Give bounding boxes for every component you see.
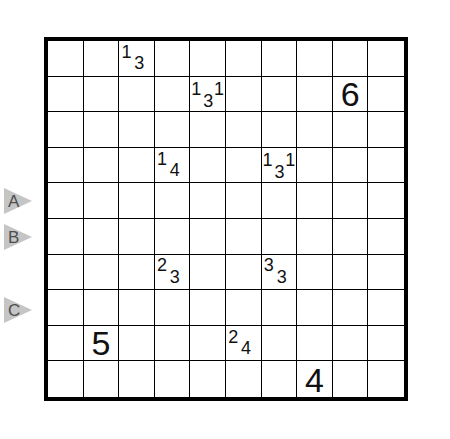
- tapa-board: 1313161413123335244: [44, 37, 408, 401]
- cell-r3c1[interactable]: [48, 112, 84, 148]
- cell-r10c10[interactable]: [368, 361, 404, 397]
- cell-r1c10[interactable]: [368, 41, 404, 77]
- cell-r1c6[interactable]: [226, 41, 262, 77]
- cell-r10c1[interactable]: [48, 361, 84, 397]
- cell-r6c5[interactable]: [190, 219, 226, 255]
- cell-r9c5[interactable]: [190, 326, 226, 362]
- cell-r1c8[interactable]: [297, 41, 333, 77]
- cell-r4c10[interactable]: [368, 148, 404, 184]
- clue-digit: 3: [134, 54, 144, 72]
- cell-r7c5[interactable]: [190, 255, 226, 291]
- cell-r9c1[interactable]: [48, 326, 84, 362]
- cell-r8c8[interactable]: [297, 290, 333, 326]
- cell-r3c6[interactable]: [226, 112, 262, 148]
- cell-r3c4[interactable]: [155, 112, 191, 148]
- cell-r10c7[interactable]: [262, 361, 298, 397]
- cell-r5c6[interactable]: [226, 183, 262, 219]
- cell-r8c6[interactable]: [226, 290, 262, 326]
- cell-r5c8[interactable]: [297, 183, 333, 219]
- cell-r3c3[interactable]: [119, 112, 155, 148]
- cell-r2c3[interactable]: [119, 77, 155, 113]
- cell-r4c3[interactable]: [119, 148, 155, 184]
- cell-r5c3[interactable]: [119, 183, 155, 219]
- cell-r2c1[interactable]: [48, 77, 84, 113]
- cell-r3c7[interactable]: [262, 112, 298, 148]
- cell-r7c3[interactable]: [119, 255, 155, 291]
- row-marker-label: B: [8, 229, 19, 246]
- cell-r8c5[interactable]: [190, 290, 226, 326]
- cell-r7c8[interactable]: [297, 255, 333, 291]
- cell-r7c6[interactable]: [226, 255, 262, 291]
- cell-r2c8[interactable]: [297, 77, 333, 113]
- cell-r10c3[interactable]: [119, 361, 155, 397]
- cell-r4c8[interactable]: [297, 148, 333, 184]
- cell-r9c10[interactable]: [368, 326, 404, 362]
- row-marker-label: C: [8, 302, 20, 319]
- cell-r1c2[interactable]: [84, 41, 120, 77]
- cell-r10c8: 4: [297, 361, 333, 397]
- cell-r10c4[interactable]: [155, 361, 191, 397]
- clue-digit: 4: [305, 363, 324, 397]
- cell-r1c1[interactable]: [48, 41, 84, 77]
- clue-digit: 1: [157, 150, 167, 168]
- cell-r6c7[interactable]: [262, 219, 298, 255]
- cell-r9c6: 24: [226, 326, 262, 362]
- clue-digit: 4: [241, 339, 251, 357]
- cell-r2c5: 131: [190, 77, 226, 113]
- cell-r2c10[interactable]: [368, 77, 404, 113]
- cell-r10c9[interactable]: [333, 361, 369, 397]
- cell-r4c1[interactable]: [48, 148, 84, 184]
- cell-r5c5[interactable]: [190, 183, 226, 219]
- clue-digit: 6: [341, 77, 360, 111]
- clue-digit: 3: [275, 163, 285, 181]
- cell-r10c6[interactable]: [226, 361, 262, 397]
- cell-r7c4: 23: [155, 255, 191, 291]
- cell-r3c5[interactable]: [190, 112, 226, 148]
- cell-r9c8[interactable]: [297, 326, 333, 362]
- cell-r2c7[interactable]: [262, 77, 298, 113]
- cell-r9c4[interactable]: [155, 326, 191, 362]
- cell-r3c9[interactable]: [333, 112, 369, 148]
- cell-r5c2[interactable]: [84, 183, 120, 219]
- cell-r1c3: 13: [119, 41, 155, 77]
- cell-r7c2[interactable]: [84, 255, 120, 291]
- clue-digit: 1: [214, 80, 224, 98]
- cell-r6c2[interactable]: [84, 219, 120, 255]
- cell-r8c10[interactable]: [368, 290, 404, 326]
- row-marker-b: B: [3, 223, 33, 251]
- cell-r8c2[interactable]: [84, 290, 120, 326]
- cell-r9c7[interactable]: [262, 326, 298, 362]
- row-marker-c: C: [3, 296, 33, 324]
- row-marker-a: A: [3, 187, 33, 215]
- cell-r3c10[interactable]: [368, 112, 404, 148]
- cell-r6c8[interactable]: [297, 219, 333, 255]
- cell-r6c3[interactable]: [119, 219, 155, 255]
- clue-digit: 3: [203, 92, 213, 110]
- clue-digit: 4: [170, 161, 180, 179]
- cell-r4c9[interactable]: [333, 148, 369, 184]
- cell-r2c9: 6: [333, 77, 369, 113]
- clue-digit: 1: [121, 43, 131, 61]
- cell-r10c2[interactable]: [84, 361, 120, 397]
- cell-r9c9[interactable]: [333, 326, 369, 362]
- cell-r5c1[interactable]: [48, 183, 84, 219]
- cell-r9c3[interactable]: [119, 326, 155, 362]
- cell-r8c7[interactable]: [262, 290, 298, 326]
- cell-r1c7[interactable]: [262, 41, 298, 77]
- cell-r5c7[interactable]: [262, 183, 298, 219]
- cell-r8c9[interactable]: [333, 290, 369, 326]
- clue-digit: 1: [285, 151, 295, 169]
- cell-r4c2[interactable]: [84, 148, 120, 184]
- cell-r6c9[interactable]: [333, 219, 369, 255]
- cell-r6c6[interactable]: [226, 219, 262, 255]
- cell-r3c2[interactable]: [84, 112, 120, 148]
- clue-digit: 3: [277, 268, 287, 286]
- cell-r4c7: 131: [262, 148, 298, 184]
- cell-r7c10[interactable]: [368, 255, 404, 291]
- cell-r6c4[interactable]: [155, 219, 191, 255]
- cell-r5c9[interactable]: [333, 183, 369, 219]
- cell-r8c3[interactable]: [119, 290, 155, 326]
- cell-r1c5[interactable]: [190, 41, 226, 77]
- cell-r1c9[interactable]: [333, 41, 369, 77]
- clue-digit: 2: [157, 256, 167, 274]
- row-marker-label: A: [8, 192, 19, 209]
- cell-r6c10[interactable]: [368, 219, 404, 255]
- cell-r2c2[interactable]: [84, 77, 120, 113]
- clue-digit: 2: [228, 328, 238, 346]
- cell-r4c6[interactable]: [226, 148, 262, 184]
- cell-r7c1[interactable]: [48, 255, 84, 291]
- clue-digit: 3: [170, 268, 180, 286]
- cell-r7c7: 33: [262, 255, 298, 291]
- cell-r9c2: 5: [84, 326, 120, 362]
- cell-r8c1[interactable]: [48, 290, 84, 326]
- cell-r4c5[interactable]: [190, 148, 226, 184]
- clue-digit: 5: [91, 326, 110, 360]
- clue-digit: 3: [264, 256, 274, 274]
- clue-digit: 1: [191, 80, 201, 98]
- cell-r2c4[interactable]: [155, 77, 191, 113]
- clue-digit: 1: [262, 151, 272, 169]
- cell-r7c9[interactable]: [333, 255, 369, 291]
- cell-r6c1[interactable]: [48, 219, 84, 255]
- cell-r1c4[interactable]: [155, 41, 191, 77]
- cell-r5c10[interactable]: [368, 183, 404, 219]
- cell-r8c4[interactable]: [155, 290, 191, 326]
- puzzle-canvas: ABC 1313161413123335244: [0, 0, 450, 439]
- cell-r5c4[interactable]: [155, 183, 191, 219]
- cell-r3c8[interactable]: [297, 112, 333, 148]
- cell-r10c5[interactable]: [190, 361, 226, 397]
- cell-r2c6[interactable]: [226, 77, 262, 113]
- cell-r4c4: 14: [155, 148, 191, 184]
